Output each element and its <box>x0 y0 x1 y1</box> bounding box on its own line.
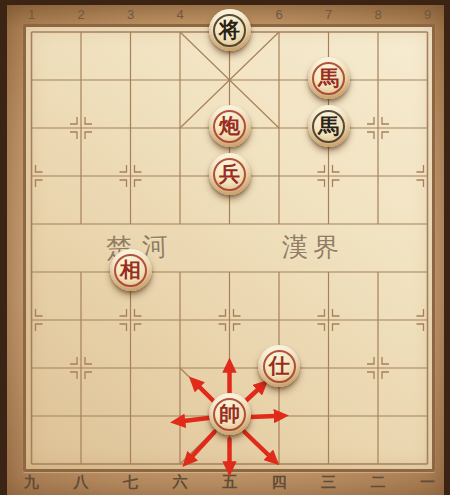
bottom-label-6: 四 <box>267 473 291 491</box>
bottom-label-1: 九 <box>20 473 44 491</box>
black-horse[interactable]: 馬 <box>308 105 350 147</box>
red-advisor[interactable]: 仕 <box>258 345 300 387</box>
piece-glyph-red-advisor: 仕 <box>258 345 300 387</box>
red-elephant[interactable]: 相 <box>110 249 152 291</box>
piece-glyph-red-cannon: 炮 <box>209 105 251 147</box>
bottom-label-8: 二 <box>366 473 390 491</box>
red-cannon[interactable]: 炮 <box>209 105 251 147</box>
bottom-label-5: 五 <box>218 473 242 491</box>
top-label-3: 3 <box>119 6 143 24</box>
piece-glyph-black-general: 将 <box>209 9 251 51</box>
black-general[interactable]: 将 <box>209 9 251 51</box>
top-label-7: 7 <box>317 6 341 24</box>
bottom-label-3: 七 <box>119 473 143 491</box>
xiangqi-app: 123456789 九八七六五四三二一 楚河 漢界 将馬炮馬兵相仕帥 <box>0 0 450 495</box>
piece-glyph-black-horse: 馬 <box>308 105 350 147</box>
river-text-right: 漢界 <box>282 233 344 261</box>
piece-glyph-red-general: 帥 <box>209 393 251 435</box>
bottom-label-4: 六 <box>168 473 192 491</box>
top-label-1: 1 <box>20 6 44 24</box>
piece-glyph-red-horse: 馬 <box>308 57 350 99</box>
red-general[interactable]: 帥 <box>209 393 251 435</box>
red-soldier[interactable]: 兵 <box>209 153 251 195</box>
top-label-6: 6 <box>267 6 291 24</box>
top-label-9: 9 <box>416 6 440 24</box>
red-horse[interactable]: 馬 <box>308 57 350 99</box>
bottom-label-9: 一 <box>416 473 440 491</box>
piece-glyph-red-soldier: 兵 <box>209 153 251 195</box>
top-label-2: 2 <box>69 6 93 24</box>
piece-glyph-red-elephant: 相 <box>110 249 152 291</box>
top-label-8: 8 <box>366 6 390 24</box>
bottom-label-7: 三 <box>317 473 341 491</box>
bottom-label-2: 八 <box>69 473 93 491</box>
top-label-4: 4 <box>168 6 192 24</box>
